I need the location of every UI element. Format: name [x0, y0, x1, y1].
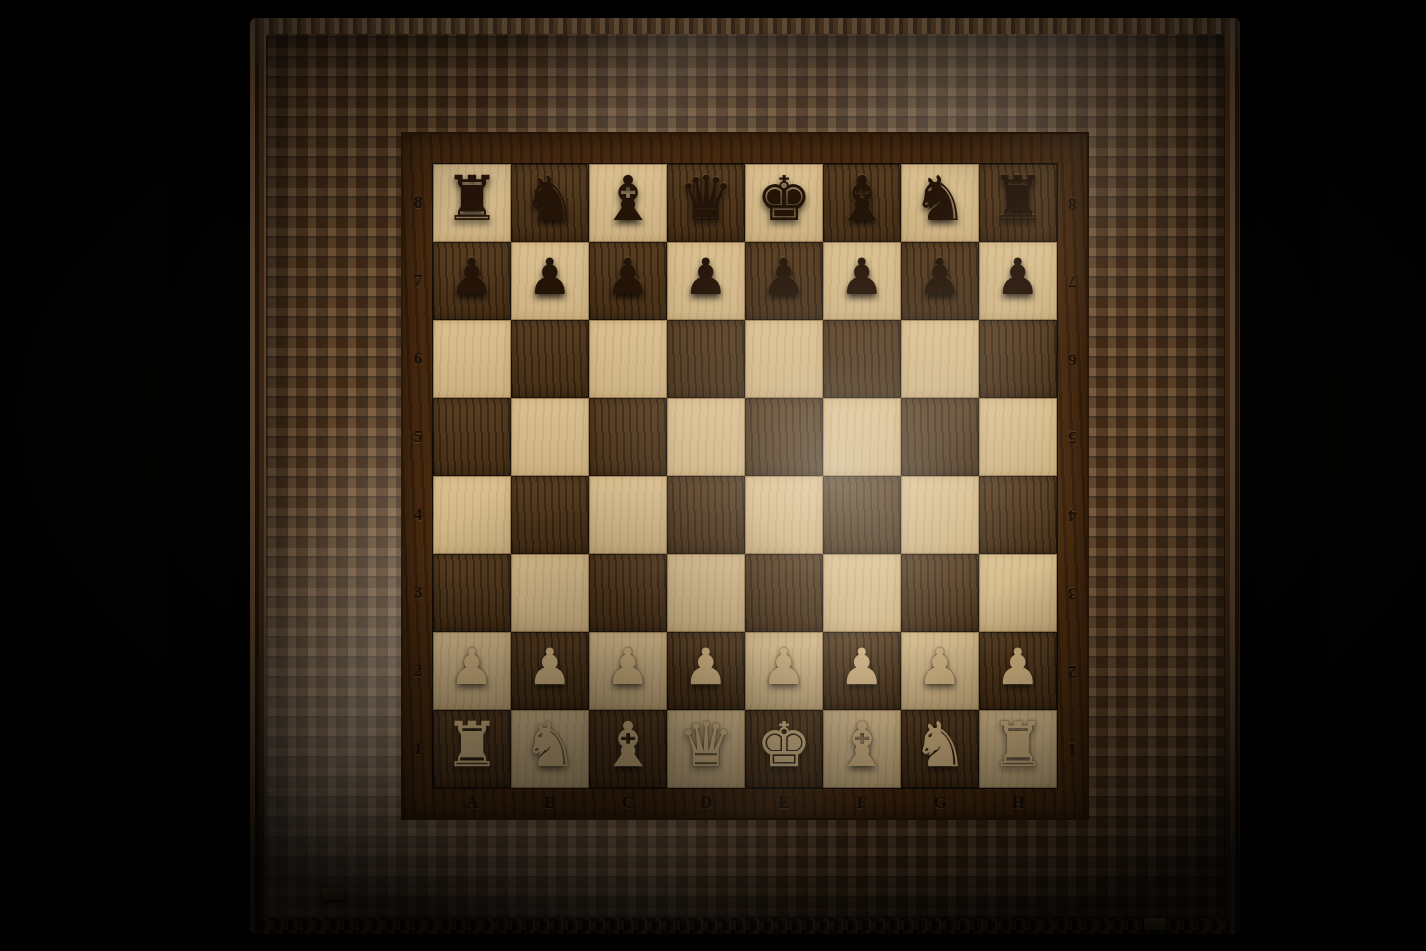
- squares-grid: ♜♞♝♛♚♝♞♜♟♟♟♟♟♟♟♟♟♟♟♟♟♟♟♟♜♞♝♛♚♝♞♜: [433, 164, 1057, 788]
- file-labels-bottom: ABCDEFGH: [433, 788, 1057, 818]
- rank-label-rotated: 3: [1057, 554, 1087, 632]
- square-e3[interactable]: [745, 554, 823, 632]
- square-h7[interactable]: ♟: [979, 242, 1057, 320]
- square-f5[interactable]: [823, 398, 901, 476]
- white-bishop[interactable]: ♝: [600, 714, 656, 776]
- rank-label-rotated: 2: [1057, 632, 1087, 710]
- square-d2[interactable]: ♟: [667, 632, 745, 710]
- square-c3[interactable]: [589, 554, 667, 632]
- square-f7[interactable]: ♟: [823, 242, 901, 320]
- white-queen[interactable]: ♛: [678, 714, 734, 776]
- square-c2[interactable]: ♟: [589, 632, 667, 710]
- square-g8[interactable]: ♞: [901, 164, 979, 242]
- rank-label-rotated: 4: [1057, 476, 1087, 554]
- square-f4[interactable]: [823, 476, 901, 554]
- black-bishop[interactable]: ♝: [834, 168, 890, 230]
- square-d6[interactable]: [667, 320, 745, 398]
- square-a4[interactable]: [433, 476, 511, 554]
- rank-label: 4: [403, 476, 433, 554]
- square-h4[interactable]: [979, 476, 1057, 554]
- square-h8[interactable]: ♜: [979, 164, 1057, 242]
- square-a5[interactable]: [433, 398, 511, 476]
- square-a7[interactable]: ♟: [433, 242, 511, 320]
- white-pawn[interactable]: ♟: [528, 642, 573, 692]
- black-pawn[interactable]: ♟: [918, 252, 963, 302]
- file-label: E: [745, 788, 823, 818]
- file-label: A: [433, 788, 511, 818]
- coordinate-frame: 87654321 87654321 ABCDEFGH ♜♞♝♛♚♝♞♜♟♟♟♟♟…: [403, 134, 1087, 818]
- square-d3[interactable]: [667, 554, 745, 632]
- black-knight[interactable]: ♞: [912, 168, 968, 230]
- white-knight[interactable]: ♞: [912, 714, 968, 776]
- rank-label: 1: [403, 710, 433, 788]
- white-pawn[interactable]: ♟: [918, 642, 963, 692]
- file-label: D: [667, 788, 745, 818]
- rank-label-rotated: 5: [1057, 398, 1087, 476]
- square-d5[interactable]: [667, 398, 745, 476]
- file-label: G: [901, 788, 979, 818]
- white-bishop[interactable]: ♝: [834, 714, 890, 776]
- square-c6[interactable]: [589, 320, 667, 398]
- square-h5[interactable]: [979, 398, 1057, 476]
- square-a8[interactable]: ♜: [433, 164, 511, 242]
- square-c5[interactable]: [589, 398, 667, 476]
- square-g2[interactable]: ♟: [901, 632, 979, 710]
- square-g5[interactable]: [901, 398, 979, 476]
- white-pawn[interactable]: ♟: [762, 642, 807, 692]
- square-c1[interactable]: ♝: [589, 710, 667, 788]
- rank-label: 8: [403, 164, 433, 242]
- file-label: H: [979, 788, 1057, 818]
- square-e5[interactable]: [745, 398, 823, 476]
- rank-label: 3: [403, 554, 433, 632]
- black-queen[interactable]: ♛: [678, 168, 734, 230]
- hinge-right: [1144, 918, 1166, 930]
- square-b1[interactable]: ♞: [511, 710, 589, 788]
- square-f8[interactable]: ♝: [823, 164, 901, 242]
- square-b3[interactable]: [511, 554, 589, 632]
- square-h3[interactable]: [979, 554, 1057, 632]
- white-knight[interactable]: ♞: [522, 714, 578, 776]
- square-g6[interactable]: [901, 320, 979, 398]
- black-pawn[interactable]: ♟: [996, 252, 1041, 302]
- rank-label-rotated: 8: [1057, 164, 1087, 242]
- square-a6[interactable]: [433, 320, 511, 398]
- square-e4[interactable]: [745, 476, 823, 554]
- white-pawn[interactable]: ♟: [996, 642, 1041, 692]
- square-b8[interactable]: ♞: [511, 164, 589, 242]
- white-rook[interactable]: ♜: [990, 714, 1046, 776]
- file-label: F: [823, 788, 901, 818]
- rank-labels-right: 87654321: [1057, 164, 1087, 788]
- file-label: C: [589, 788, 667, 818]
- rank-label-rotated: 6: [1057, 320, 1087, 398]
- square-d4[interactable]: [667, 476, 745, 554]
- black-pawn[interactable]: ♟: [840, 252, 885, 302]
- square-b4[interactable]: [511, 476, 589, 554]
- square-d7[interactable]: ♟: [667, 242, 745, 320]
- rank-label: 6: [403, 320, 433, 398]
- square-b7[interactable]: ♟: [511, 242, 589, 320]
- square-e1[interactable]: ♚: [745, 710, 823, 788]
- black-bishop[interactable]: ♝: [600, 168, 656, 230]
- square-c8[interactable]: ♝: [589, 164, 667, 242]
- square-a1[interactable]: ♜: [433, 710, 511, 788]
- square-h2[interactable]: ♟: [979, 632, 1057, 710]
- black-king[interactable]: ♚: [756, 168, 812, 230]
- black-rook[interactable]: ♜: [990, 168, 1046, 230]
- black-rook[interactable]: ♜: [444, 168, 500, 230]
- rank-label: 7: [403, 242, 433, 320]
- square-a2[interactable]: ♟: [433, 632, 511, 710]
- chess-board-box: 87654321 87654321 ABCDEFGH ♜♞♝♛♚♝♞♜♟♟♟♟♟…: [250, 18, 1240, 934]
- rank-label-rotated: 1: [1057, 710, 1087, 788]
- square-g4[interactable]: [901, 476, 979, 554]
- square-h6[interactable]: [979, 320, 1057, 398]
- white-pawn[interactable]: ♟: [450, 642, 495, 692]
- black-pawn[interactable]: ♟: [528, 252, 573, 302]
- square-d1[interactable]: ♛: [667, 710, 745, 788]
- square-c4[interactable]: [589, 476, 667, 554]
- square-h1[interactable]: ♜: [979, 710, 1057, 788]
- square-e7[interactable]: ♟: [745, 242, 823, 320]
- rank-label: 5: [403, 398, 433, 476]
- white-rook[interactable]: ♜: [444, 714, 500, 776]
- black-knight[interactable]: ♞: [522, 168, 578, 230]
- square-e6[interactable]: [745, 320, 823, 398]
- black-pawn[interactable]: ♟: [450, 252, 495, 302]
- square-a3[interactable]: [433, 554, 511, 632]
- square-f2[interactable]: ♟: [823, 632, 901, 710]
- square-g3[interactable]: [901, 554, 979, 632]
- square-b5[interactable]: [511, 398, 589, 476]
- white-pawn[interactable]: ♟: [684, 642, 729, 692]
- rank-label: 2: [403, 632, 433, 710]
- white-king[interactable]: ♚: [756, 714, 812, 776]
- square-b6[interactable]: [511, 320, 589, 398]
- square-g7[interactable]: ♟: [901, 242, 979, 320]
- white-pawn[interactable]: ♟: [606, 642, 651, 692]
- black-pawn[interactable]: ♟: [606, 252, 651, 302]
- photo-backdrop: 87654321 87654321 ABCDEFGH ♜♞♝♛♚♝♞♜♟♟♟♟♟…: [0, 0, 1426, 951]
- hinge-left: [322, 888, 344, 900]
- black-pawn[interactable]: ♟: [762, 252, 807, 302]
- rank-labels-left: 87654321: [403, 164, 433, 788]
- square-d8[interactable]: ♛: [667, 164, 745, 242]
- white-pawn[interactable]: ♟: [840, 642, 885, 692]
- black-pawn[interactable]: ♟: [684, 252, 729, 302]
- square-e8[interactable]: ♚: [745, 164, 823, 242]
- square-b2[interactable]: ♟: [511, 632, 589, 710]
- square-f6[interactable]: [823, 320, 901, 398]
- square-c7[interactable]: ♟: [589, 242, 667, 320]
- basket-weave-border: 87654321 87654321 ABCDEFGH ♜♞♝♛♚♝♞♜♟♟♟♟♟…: [266, 34, 1224, 918]
- rank-label-rotated: 7: [1057, 242, 1087, 320]
- square-f1[interactable]: ♝: [823, 710, 901, 788]
- square-e2[interactable]: ♟: [745, 632, 823, 710]
- square-g1[interactable]: ♞: [901, 710, 979, 788]
- file-label: B: [511, 788, 589, 818]
- square-f3[interactable]: [823, 554, 901, 632]
